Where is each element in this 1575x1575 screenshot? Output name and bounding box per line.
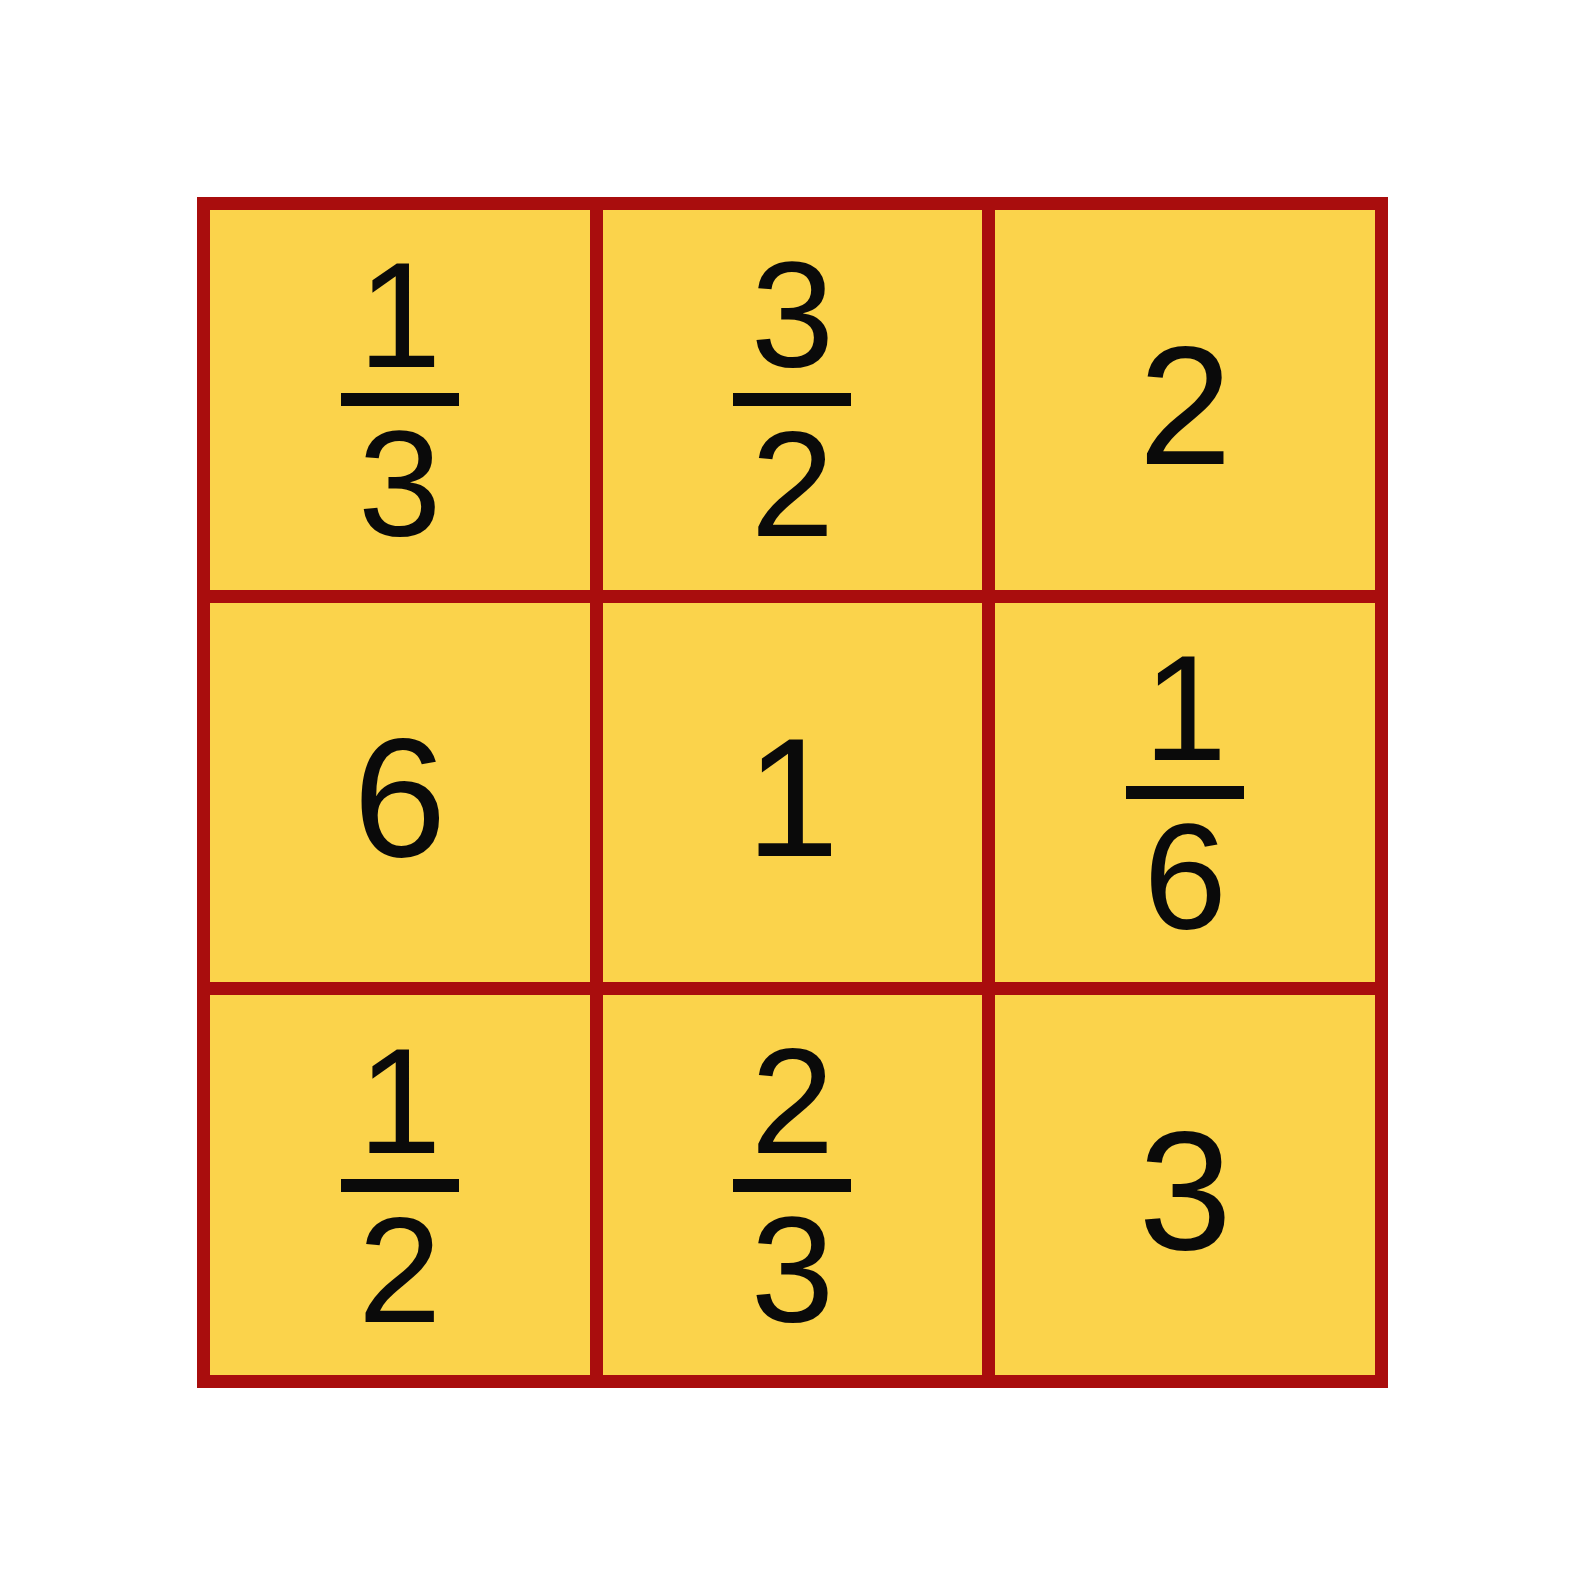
cell-value: 6 [353, 714, 446, 882]
cell-r3c3: 3 [995, 995, 1375, 1375]
cell-value: 1 [746, 714, 839, 882]
fraction-denominator: 3 [358, 418, 441, 550]
cell-r2c1: 6 [210, 603, 590, 983]
fraction-one-third: 1 3 [341, 249, 459, 550]
cell-r3c2: 2 3 [603, 995, 983, 1375]
page-canvas: 1 3 3 2 2 6 1 1 6 [0, 0, 1575, 1575]
cell-r2c2: 1 [603, 603, 983, 983]
magic-square-board: 1 3 3 2 2 6 1 1 6 [197, 197, 1388, 1388]
fraction-one-half: 1 2 [341, 1035, 459, 1336]
fraction-numerator: 1 [358, 1035, 441, 1167]
fraction-three-halves: 3 2 [733, 249, 851, 550]
fraction-denominator: 2 [358, 1204, 441, 1336]
cell-r1c1: 1 3 [210, 210, 590, 590]
fraction-numerator: 3 [751, 249, 834, 381]
fraction-denominator: 2 [751, 418, 834, 550]
fraction-denominator: 3 [751, 1204, 834, 1336]
cell-value: 3 [1138, 1107, 1231, 1275]
cell-r2c3: 1 6 [995, 603, 1375, 983]
fraction-denominator: 6 [1143, 811, 1226, 943]
cell-r1c3: 2 [995, 210, 1375, 590]
fraction-numerator: 1 [1143, 642, 1226, 774]
cell-r3c1: 1 2 [210, 995, 590, 1375]
cell-r1c2: 3 2 [603, 210, 983, 590]
cell-value: 2 [1138, 322, 1231, 490]
fraction-two-thirds: 2 3 [733, 1035, 851, 1336]
fraction-numerator: 1 [358, 249, 441, 381]
fraction-one-sixth: 1 6 [1126, 642, 1244, 943]
fraction-numerator: 2 [751, 1035, 834, 1167]
